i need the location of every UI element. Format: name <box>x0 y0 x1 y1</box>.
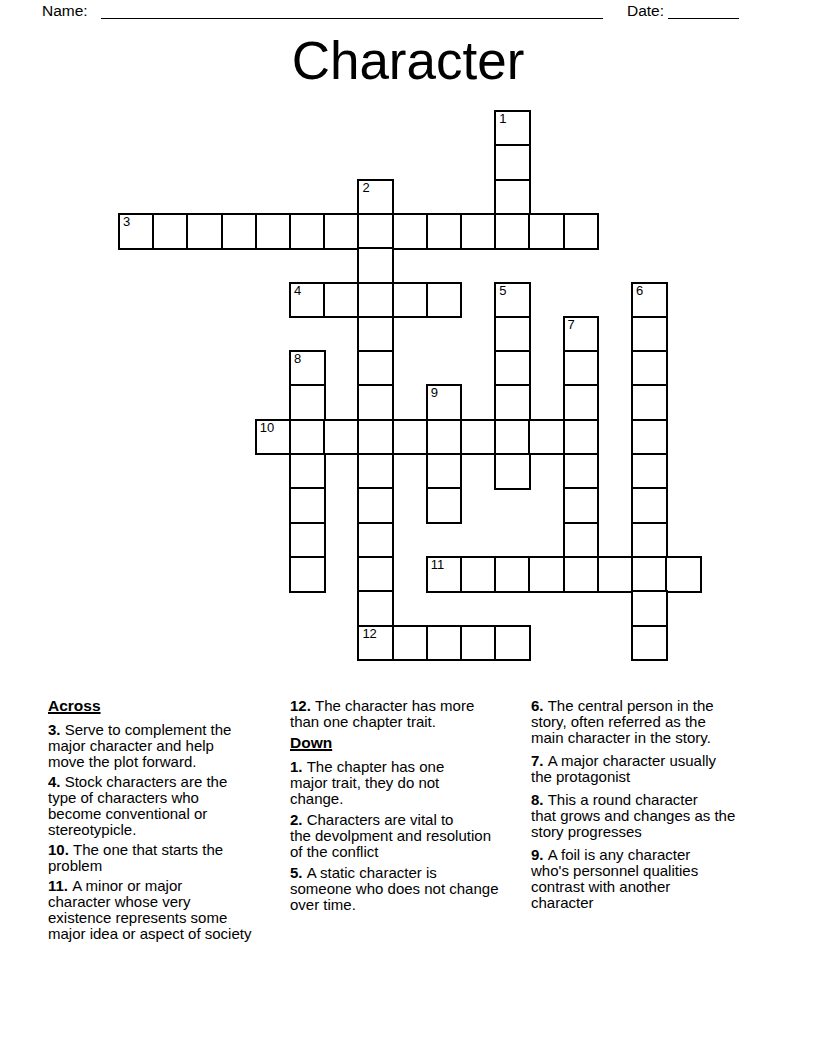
grid-cell[interactable] <box>426 453 463 490</box>
puzzle-title: Character <box>0 33 816 89</box>
grid-cell[interactable] <box>631 316 668 353</box>
grid-cell[interactable] <box>323 419 360 456</box>
clue-number: 1. <box>290 758 307 775</box>
clues-column-2: 12. The character has more than one chap… <box>290 698 542 918</box>
clue-number-label: 6 <box>636 284 643 298</box>
clue-number: 6. <box>531 697 548 714</box>
clues-header-down: Down <box>290 735 542 751</box>
clues-header-across: Across <box>48 698 300 714</box>
clues-column-3: 6. The central person in the story, ofte… <box>531 698 783 918</box>
grid-cell[interactable]: 11 <box>426 556 463 593</box>
crossword-grid: 123456789101112 <box>118 110 704 662</box>
clue-number-label: 5 <box>499 284 506 298</box>
grid-cell[interactable] <box>563 556 600 593</box>
grid-cell[interactable] <box>426 213 463 250</box>
grid-cell[interactable] <box>494 556 531 593</box>
grid-cell[interactable] <box>426 419 463 456</box>
clue-text: Characters are vital to the devolpment a… <box>290 811 491 860</box>
clue-3: 3. Serve to complement the major charact… <box>48 722 300 770</box>
grid-cell[interactable] <box>357 384 394 421</box>
grid-cell[interactable] <box>426 625 463 662</box>
clue-text: A minor or major character whose very ex… <box>48 877 251 942</box>
clue-7: 7. A major character usually the protago… <box>531 753 783 785</box>
grid-cell[interactable] <box>528 213 565 250</box>
grid-cell[interactable] <box>631 625 668 662</box>
grid-cell[interactable]: 12 <box>357 625 394 662</box>
clue-text: A major character usually the protagonis… <box>531 752 716 785</box>
grid-cell[interactable] <box>186 213 223 250</box>
clue-text: A static character is someone who does n… <box>290 864 498 913</box>
clue-text: The chapter has one major trait, they do… <box>290 758 444 807</box>
grid-cell[interactable] <box>631 350 668 387</box>
grid-cell[interactable] <box>357 453 394 490</box>
clue-number: 3. <box>48 721 65 738</box>
grid-cell[interactable] <box>563 522 600 559</box>
clue-number-label: 11 <box>431 558 445 572</box>
clue-number: 2. <box>290 811 307 828</box>
grid-cell[interactable] <box>357 316 394 353</box>
clue-text: The character has more than one chapter … <box>290 697 474 730</box>
grid-cell[interactable] <box>631 590 668 627</box>
grid-cell[interactable]: 10 <box>255 419 292 456</box>
clue-8: 8. This a round character that grows and… <box>531 792 783 840</box>
grid-cell[interactable] <box>289 556 326 593</box>
grid-cell[interactable] <box>392 282 429 319</box>
clue-number: 7. <box>531 752 548 769</box>
clue-number: 5. <box>290 864 307 881</box>
grid-cell[interactable] <box>392 625 429 662</box>
grid-cell[interactable] <box>289 213 326 250</box>
grid-cell[interactable] <box>289 453 326 490</box>
grid-cell[interactable] <box>323 213 360 250</box>
grid-cell[interactable] <box>255 213 292 250</box>
clue-text: The one that starts the problem <box>48 841 223 874</box>
grid-cell[interactable] <box>357 522 394 559</box>
grid-cell[interactable] <box>426 282 463 319</box>
grid-cell[interactable] <box>494 316 531 353</box>
grid-cell[interactable] <box>597 556 634 593</box>
clue-number-label: 7 <box>568 318 575 332</box>
grid-cell[interactable]: 8 <box>289 350 326 387</box>
grid-cell[interactable] <box>494 179 531 216</box>
grid-cell[interactable] <box>289 419 326 456</box>
grid-cell[interactable] <box>631 522 668 559</box>
grid-cell[interactable] <box>563 419 600 456</box>
name-label: Name: <box>42 2 88 20</box>
grid-cell[interactable] <box>357 282 394 319</box>
clue-number: 11. <box>48 877 72 894</box>
grid-cell[interactable] <box>631 419 668 456</box>
grid-cell[interactable] <box>357 350 394 387</box>
clue-text: A foil is any character who's personnel … <box>531 846 698 911</box>
clue-text: Stock characters are the type of charact… <box>48 773 227 838</box>
grid-cell[interactable] <box>460 625 497 662</box>
grid-cell[interactable]: 6 <box>631 282 668 319</box>
grid-cell[interactable] <box>460 419 497 456</box>
grid-cell[interactable]: 7 <box>563 316 600 353</box>
grid-cell[interactable]: 1 <box>494 110 531 147</box>
grid-cell[interactable]: 5 <box>494 282 531 319</box>
grid-cell[interactable] <box>494 625 531 662</box>
clue-number: 8. <box>531 791 548 808</box>
clue-number-label: 9 <box>431 386 438 400</box>
clue-5: 5. A static character is someone who doe… <box>290 865 542 913</box>
grid-cell[interactable] <box>563 453 600 490</box>
grid-cell[interactable] <box>426 487 463 524</box>
grid-cell[interactable] <box>392 419 429 456</box>
clue-number-label: 3 <box>123 215 130 229</box>
clue-text: Serve to complement the major character … <box>48 721 231 770</box>
grid-cell[interactable] <box>460 556 497 593</box>
grid-cell[interactable] <box>357 213 394 250</box>
clue-9: 9. A foil is any character who's personn… <box>531 847 783 911</box>
clue-number: 9. <box>531 846 548 863</box>
clue-number-label: 4 <box>294 284 301 298</box>
clue-number: 4. <box>48 773 65 790</box>
grid-cell[interactable] <box>323 282 360 319</box>
grid-cell[interactable] <box>289 487 326 524</box>
clue-12: 12. The character has more than one chap… <box>290 698 542 730</box>
grid-cell[interactable] <box>289 384 326 421</box>
clue-number-label: 8 <box>294 352 301 366</box>
clue-number-label: 2 <box>362 181 369 195</box>
clue-1: 1. The chapter has one major trait, they… <box>290 759 542 807</box>
clue-text: This a round character that grows and ch… <box>531 791 735 840</box>
clue-number-label: 12 <box>362 627 376 641</box>
grid-cell[interactable] <box>357 487 394 524</box>
clue-number-label: 1 <box>499 112 506 126</box>
grid-cell[interactable]: 3 <box>118 213 155 250</box>
clue-text: The central person in the story, often r… <box>531 697 714 746</box>
grid-cell[interactable] <box>631 556 668 593</box>
grid-cell[interactable] <box>563 213 600 250</box>
grid-cell[interactable] <box>221 213 258 250</box>
grid-cell[interactable] <box>563 487 600 524</box>
grid-cell[interactable] <box>392 213 429 250</box>
clue-number: 10. <box>48 841 73 858</box>
grid-cell[interactable]: 9 <box>426 384 463 421</box>
grid-cell[interactable]: 2 <box>357 179 394 216</box>
grid-cell[interactable] <box>152 213 189 250</box>
grid-cell[interactable] <box>357 556 394 593</box>
grid-cell[interactable]: 4 <box>289 282 326 319</box>
grid-cell[interactable] <box>357 247 394 284</box>
grid-cell[interactable] <box>357 590 394 627</box>
grid-cell[interactable] <box>494 144 531 181</box>
grid-cell[interactable] <box>631 487 668 524</box>
grid-cell[interactable] <box>528 556 565 593</box>
clue-2: 2. Characters are vital to the devolpmen… <box>290 812 542 860</box>
clue-11: 11. A minor or major character whose ver… <box>48 878 300 942</box>
grid-cell[interactable] <box>357 419 394 456</box>
date-input-line[interactable] <box>668 2 739 19</box>
grid-cell[interactable] <box>460 213 497 250</box>
grid-cell[interactable] <box>494 350 531 387</box>
grid-cell[interactable] <box>631 384 668 421</box>
clue-10: 10. The one that starts the problem <box>48 842 300 874</box>
grid-cell[interactable] <box>494 213 531 250</box>
name-input-line[interactable] <box>101 2 603 19</box>
clue-number: 12. <box>290 697 315 714</box>
grid-cell[interactable] <box>563 350 600 387</box>
grid-cell[interactable] <box>631 453 668 490</box>
clue-number-label: 10 <box>260 421 274 435</box>
grid-cell[interactable] <box>563 384 600 421</box>
grid-cell[interactable] <box>494 384 531 421</box>
date-label: Date: <box>627 2 664 20</box>
grid-cell[interactable] <box>494 419 531 456</box>
grid-cell[interactable] <box>528 419 565 456</box>
clue-4: 4. Stock characters are the type of char… <box>48 774 300 838</box>
grid-cell[interactable] <box>665 556 702 593</box>
grid-cell[interactable] <box>494 453 531 490</box>
clue-6: 6. The central person in the story, ofte… <box>531 698 783 746</box>
grid-cell[interactable] <box>289 522 326 559</box>
clues-column-1: Across3. Serve to complement the major c… <box>48 698 300 946</box>
